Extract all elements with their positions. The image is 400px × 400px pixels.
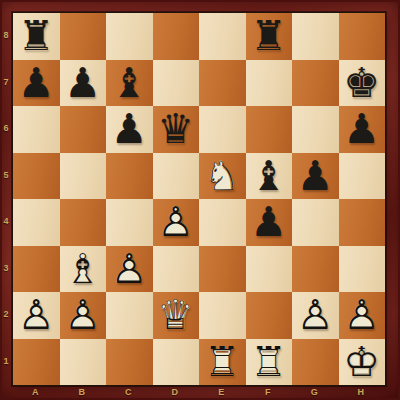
white-pawn-glyph: ♟ (13, 292, 60, 339)
square-b7[interactable]: ♟ (60, 60, 107, 107)
piece-black-rook[interactable]: ♜ (246, 13, 293, 60)
piece-black-queen[interactable]: ♛ (153, 106, 200, 153)
white-rook-glyph: ♜ (199, 339, 246, 386)
square-f6[interactable] (246, 106, 293, 153)
square-c4[interactable] (106, 199, 153, 246)
square-e4[interactable] (199, 199, 246, 246)
square-g5[interactable]: ♟ (292, 153, 339, 200)
white-pawn-glyph: ♟ (339, 292, 386, 339)
black-pawn-glyph: ♟ (246, 199, 293, 246)
white-rook-glyph: ♜ (246, 339, 293, 386)
square-d4[interactable]: ♟♙ (153, 199, 200, 246)
square-g3[interactable] (292, 246, 339, 293)
rank-label-7: 7 (0, 59, 12, 106)
square-b2[interactable]: ♟♙ (60, 292, 107, 339)
square-a7[interactable]: ♟ (13, 60, 60, 107)
white-pawn-outline: ♙ (292, 292, 339, 339)
white-king-outline: ♔ (339, 339, 386, 386)
square-f3[interactable] (246, 246, 293, 293)
piece-black-pawn[interactable]: ♟ (246, 199, 293, 246)
square-a2[interactable]: ♟♙ (13, 292, 60, 339)
square-a3[interactable] (13, 246, 60, 293)
file-label-b: B (59, 386, 106, 400)
square-d3[interactable] (153, 246, 200, 293)
square-b4[interactable] (60, 199, 107, 246)
white-pawn-outline: ♙ (60, 292, 107, 339)
white-pawn-glyph: ♟ (292, 292, 339, 339)
square-f2[interactable] (246, 292, 293, 339)
white-knight-glyph: ♞ (199, 153, 246, 200)
square-h2[interactable]: ♟♙ (339, 292, 386, 339)
black-pawn-glyph: ♟ (13, 60, 60, 107)
square-b8[interactable] (60, 13, 107, 60)
black-pawn-glyph: ♟ (292, 153, 339, 200)
chessboard-frame: ♜♜♟♟♝♚♟♛♟♞♘♝♟♟♙♟♝♗♟♙♟♙♟♙♛♕♟♙♟♙♜♖♜♖♚♔ 876… (0, 0, 400, 400)
piece-white-knight[interactable]: ♞♘ (199, 153, 246, 200)
piece-white-pawn[interactable]: ♟♙ (292, 292, 339, 339)
square-a8[interactable]: ♜ (13, 13, 60, 60)
square-c8[interactable] (106, 13, 153, 60)
square-a1[interactable] (13, 339, 60, 386)
square-c2[interactable] (106, 292, 153, 339)
white-knight-outline: ♘ (199, 153, 246, 200)
piece-white-pawn[interactable]: ♟♙ (153, 199, 200, 246)
square-c6[interactable]: ♟ (106, 106, 153, 153)
square-h6[interactable]: ♟ (339, 106, 386, 153)
square-d7[interactable] (153, 60, 200, 107)
square-h5[interactable] (339, 153, 386, 200)
rank-label-2: 2 (0, 291, 12, 338)
square-d2[interactable]: ♛♕ (153, 292, 200, 339)
piece-white-pawn[interactable]: ♟♙ (13, 292, 60, 339)
file-label-c: C (105, 386, 152, 400)
square-g2[interactable]: ♟♙ (292, 292, 339, 339)
piece-white-pawn[interactable]: ♟♙ (106, 246, 153, 293)
square-a6[interactable] (13, 106, 60, 153)
square-e1[interactable]: ♜♖ (199, 339, 246, 386)
piece-black-pawn[interactable]: ♟ (13, 60, 60, 107)
square-g4[interactable] (292, 199, 339, 246)
square-d1[interactable] (153, 339, 200, 386)
black-king-glyph: ♚ (339, 60, 386, 107)
white-pawn-outline: ♙ (153, 199, 200, 246)
square-f4[interactable]: ♟ (246, 199, 293, 246)
white-pawn-outline: ♙ (13, 292, 60, 339)
black-bishop-glyph: ♝ (246, 153, 293, 200)
file-label-e: E (198, 386, 245, 400)
white-bishop-glyph: ♝ (60, 246, 107, 293)
rank-label-1: 1 (0, 338, 12, 385)
square-d5[interactable] (153, 153, 200, 200)
rank-label-3: 3 (0, 245, 12, 292)
piece-white-queen[interactable]: ♛♕ (153, 292, 200, 339)
piece-black-bishop[interactable]: ♝ (246, 153, 293, 200)
white-pawn-glyph: ♟ (60, 292, 107, 339)
square-g8[interactable] (292, 13, 339, 60)
square-g6[interactable] (292, 106, 339, 153)
square-e7[interactable] (199, 60, 246, 107)
black-pawn-glyph: ♟ (60, 60, 107, 107)
white-pawn-outline: ♙ (339, 292, 386, 339)
piece-white-pawn[interactable]: ♟♙ (339, 292, 386, 339)
black-queen-glyph: ♛ (153, 106, 200, 153)
file-label-h: H (338, 386, 385, 400)
white-pawn-glyph: ♟ (153, 199, 200, 246)
piece-black-king[interactable]: ♚ (339, 60, 386, 107)
square-h8[interactable] (339, 13, 386, 60)
square-a5[interactable] (13, 153, 60, 200)
square-a4[interactable] (13, 199, 60, 246)
rank-label-6: 6 (0, 105, 12, 152)
square-b1[interactable] (60, 339, 107, 386)
black-bishop-glyph: ♝ (106, 60, 153, 107)
white-pawn-outline: ♙ (106, 246, 153, 293)
square-g7[interactable] (292, 60, 339, 107)
square-f7[interactable] (246, 60, 293, 107)
white-rook-outline: ♖ (199, 339, 246, 386)
square-d6[interactable]: ♛ (153, 106, 200, 153)
square-h1[interactable]: ♚♔ (339, 339, 386, 386)
piece-black-pawn[interactable]: ♟ (339, 106, 386, 153)
rank-label-8: 8 (0, 12, 12, 59)
white-king-glyph: ♚ (339, 339, 386, 386)
square-b5[interactable] (60, 153, 107, 200)
piece-black-bishop[interactable]: ♝ (106, 60, 153, 107)
file-label-f: F (245, 386, 292, 400)
square-h3[interactable] (339, 246, 386, 293)
square-h4[interactable] (339, 199, 386, 246)
piece-white-bishop[interactable]: ♝♗ (60, 246, 107, 293)
white-bishop-outline: ♗ (60, 246, 107, 293)
rank-label-5: 5 (0, 152, 12, 199)
piece-black-pawn[interactable]: ♟ (60, 60, 107, 107)
square-e3[interactable] (199, 246, 246, 293)
file-label-d: D (152, 386, 199, 400)
rank-label-4: 4 (0, 198, 12, 245)
square-b6[interactable] (60, 106, 107, 153)
chess-board: ♜♜♟♟♝♚♟♛♟♞♘♝♟♟♙♟♝♗♟♙♟♙♟♙♛♕♟♙♟♙♜♖♜♖♚♔ (12, 12, 386, 386)
file-label-g: G (291, 386, 338, 400)
piece-white-pawn[interactable]: ♟♙ (60, 292, 107, 339)
black-pawn-glyph: ♟ (106, 106, 153, 153)
square-g1[interactable] (292, 339, 339, 386)
square-e2[interactable] (199, 292, 246, 339)
white-pawn-glyph: ♟ (106, 246, 153, 293)
white-rook-outline: ♖ (246, 339, 293, 386)
black-pawn-glyph: ♟ (339, 106, 386, 153)
piece-black-rook[interactable]: ♜ (13, 13, 60, 60)
square-e6[interactable] (199, 106, 246, 153)
square-c5[interactable] (106, 153, 153, 200)
square-f5[interactable]: ♝ (246, 153, 293, 200)
square-c7[interactable]: ♝ (106, 60, 153, 107)
piece-white-rook[interactable]: ♜♖ (246, 339, 293, 386)
square-c3[interactable]: ♟♙ (106, 246, 153, 293)
square-d8[interactable] (153, 13, 200, 60)
square-f8[interactable]: ♜ (246, 13, 293, 60)
piece-black-pawn[interactable]: ♟ (292, 153, 339, 200)
white-queen-outline: ♕ (153, 292, 200, 339)
white-queen-glyph: ♛ (153, 292, 200, 339)
piece-white-rook[interactable]: ♜♖ (199, 339, 246, 386)
square-h7[interactable]: ♚ (339, 60, 386, 107)
black-rook-glyph: ♜ (13, 13, 60, 60)
piece-black-pawn[interactable]: ♟ (106, 106, 153, 153)
piece-white-king[interactable]: ♚♔ (339, 339, 386, 386)
square-f1[interactable]: ♜♖ (246, 339, 293, 386)
file-label-a: A (12, 386, 59, 400)
square-c1[interactable] (106, 339, 153, 386)
black-rook-glyph: ♜ (246, 13, 293, 60)
square-e5[interactable]: ♞♘ (199, 153, 246, 200)
square-e8[interactable] (199, 13, 246, 60)
square-b3[interactable]: ♝♗ (60, 246, 107, 293)
